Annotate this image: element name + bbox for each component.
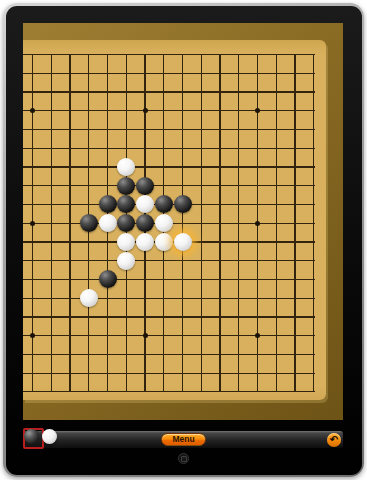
star-point <box>255 221 260 226</box>
stone-white <box>99 214 117 232</box>
stone-white <box>136 233 154 251</box>
home-button-icon <box>181 456 187 462</box>
stone-black <box>99 270 117 288</box>
stone-black <box>99 195 117 213</box>
bottom-toolbar: Menu ↶ <box>23 431 343 448</box>
menu-button[interactable]: Menu <box>161 433 206 446</box>
stone-black <box>174 195 192 213</box>
undo-icon: ↶ <box>330 434 338 444</box>
goban[interactable] <box>23 40 326 400</box>
stone-black <box>136 177 154 195</box>
undo-button[interactable]: ↶ <box>327 433 341 447</box>
stone-white <box>80 289 98 307</box>
stone-white-last-move <box>174 233 192 251</box>
stone-white <box>155 233 173 251</box>
home-button[interactable] <box>178 453 189 464</box>
star-point <box>143 108 148 113</box>
grid-vertical-lines <box>32 54 314 393</box>
star-point <box>143 333 148 338</box>
stone-black <box>80 214 98 232</box>
menu-button-label: Menu <box>172 435 194 444</box>
white-stone-selector[interactable] <box>42 429 57 444</box>
stone-white <box>117 252 135 270</box>
stone-black <box>117 177 135 195</box>
screenshot-root: Menu ↶ <box>0 0 367 480</box>
star-point <box>30 221 35 226</box>
black-stone-selector[interactable] <box>24 429 39 444</box>
stone-white <box>155 214 173 232</box>
